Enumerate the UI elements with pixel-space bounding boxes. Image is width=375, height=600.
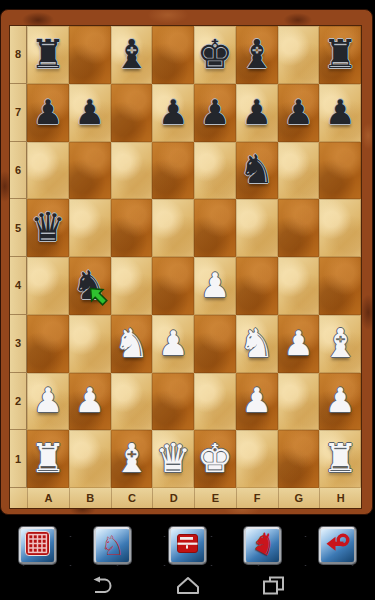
file-label-F: F xyxy=(236,488,278,508)
square-b3[interactable] xyxy=(69,315,111,373)
square-e8[interactable]: ♚ xyxy=(194,26,236,84)
file-label-A: A xyxy=(27,488,69,508)
chess-board-frame: 8♜♝♚♝♜7♟♟♟♟♟♟♟6♞5♛4♞♟3♞♟♞♟♝2♟♟♟♟1♜♝♛♚♜AB… xyxy=(0,9,373,515)
square-c7[interactable] xyxy=(111,84,153,142)
piece-black-bishop: ♝ xyxy=(239,34,275,74)
square-d7[interactable]: ♟ xyxy=(152,84,194,142)
piece-white-bishop: ♝ xyxy=(113,438,149,478)
square-b7[interactable]: ♟ xyxy=(69,84,111,142)
square-f8[interactable]: ♝ xyxy=(236,26,278,84)
square-d2[interactable] xyxy=(152,373,194,431)
piece-white-rook: ♜ xyxy=(30,438,66,478)
piece-white-king: ♚ xyxy=(197,438,233,478)
square-h8[interactable]: ♜ xyxy=(319,26,361,84)
piece-black-rook: ♜ xyxy=(322,34,358,74)
square-e6[interactable] xyxy=(194,142,236,200)
square-f6[interactable]: ♞ xyxy=(236,142,278,200)
rank-label-3: 3 xyxy=(10,315,27,373)
recents-button[interactable] xyxy=(259,577,289,599)
chess-app-screen: { "game": { "name": "chess", "position":… xyxy=(0,0,375,600)
piece-black-pawn: ♟ xyxy=(74,95,104,129)
square-c1[interactable]: ♝ xyxy=(111,430,153,488)
piece-white-pawn: ♟ xyxy=(158,326,188,360)
square-a3[interactable] xyxy=(27,315,69,373)
piece-black-pawn: ♟ xyxy=(283,95,313,129)
square-g5[interactable] xyxy=(278,199,320,257)
square-h3[interactable]: ♝ xyxy=(319,315,361,373)
square-d3[interactable]: ♟ xyxy=(152,315,194,373)
square-e3[interactable] xyxy=(194,315,236,373)
square-a6[interactable] xyxy=(27,142,69,200)
piece-white-bishop: ♝ xyxy=(322,323,358,363)
square-g4[interactable] xyxy=(278,257,320,315)
tilted-knight-button[interactable]: ♞ xyxy=(244,527,281,564)
piece-white-pawn: ♟ xyxy=(200,268,230,302)
square-c8[interactable]: ♝ xyxy=(111,26,153,84)
square-b8[interactable] xyxy=(69,26,111,84)
square-c6[interactable] xyxy=(111,142,153,200)
square-b6[interactable] xyxy=(69,142,111,200)
square-a7[interactable]: ♟ xyxy=(27,84,69,142)
android-nav-bar xyxy=(0,575,375,600)
recents-icon xyxy=(262,576,285,599)
square-h5[interactable] xyxy=(319,199,361,257)
grid-board-button[interactable] xyxy=(19,527,56,564)
chess-board: 8♜♝♚♝♜7♟♟♟♟♟♟♟6♞5♛4♞♟3♞♟♞♟♝2♟♟♟♟1♜♝♛♚♜AB… xyxy=(9,25,362,509)
back-button[interactable] xyxy=(87,577,117,599)
file-label-C: C xyxy=(111,488,153,508)
knight-button[interactable]: ♘ xyxy=(94,527,131,564)
rank-label-1: 1 xyxy=(10,430,27,488)
square-f4[interactable] xyxy=(236,257,278,315)
square-h2[interactable]: ♟ xyxy=(319,373,361,431)
piece-white-queen: ♛ xyxy=(155,438,191,478)
square-e1[interactable]: ♚ xyxy=(194,430,236,488)
square-b2[interactable]: ♟ xyxy=(69,373,111,431)
piece-black-pawn: ♟ xyxy=(33,95,63,129)
undo-button[interactable] xyxy=(319,527,356,564)
square-a8[interactable]: ♜ xyxy=(27,26,69,84)
rank-label-7: 7 xyxy=(10,84,27,142)
knight-outline-icon: ♘ xyxy=(100,532,124,559)
square-g2[interactable] xyxy=(278,373,320,431)
piece-black-knight: ♞ xyxy=(72,265,108,305)
square-d6[interactable] xyxy=(152,142,194,200)
piece-black-pawn: ♟ xyxy=(325,95,355,129)
rank-label-5: 5 xyxy=(10,199,27,257)
piece-white-knight: ♞ xyxy=(239,323,275,363)
back-icon xyxy=(90,576,114,599)
square-b1[interactable] xyxy=(69,430,111,488)
square-h7[interactable]: ♟ xyxy=(319,84,361,142)
home-button[interactable] xyxy=(173,577,203,599)
square-e4[interactable]: ♟ xyxy=(194,257,236,315)
piece-black-king: ♚ xyxy=(197,34,233,74)
square-h4[interactable] xyxy=(319,257,361,315)
square-f7[interactable]: ♟ xyxy=(236,84,278,142)
square-f2[interactable]: ♟ xyxy=(236,373,278,431)
split-board-icon xyxy=(174,530,201,561)
piece-white-pawn: ♟ xyxy=(241,383,271,417)
square-c4[interactable] xyxy=(111,257,153,315)
piece-black-rook: ♜ xyxy=(30,34,66,74)
square-b4[interactable]: ♞ xyxy=(69,257,111,315)
rank-label-8: 8 xyxy=(10,26,27,84)
square-g1[interactable] xyxy=(278,430,320,488)
piece-white-rook: ♜ xyxy=(322,438,358,478)
grid-board-icon xyxy=(24,530,51,561)
piece-white-pawn: ♟ xyxy=(325,383,355,417)
file-label-B: B xyxy=(69,488,111,508)
file-label-G: G xyxy=(278,488,320,508)
piece-white-pawn: ♟ xyxy=(283,326,313,360)
square-c3[interactable]: ♞ xyxy=(111,315,153,373)
rank-label-4: 4 xyxy=(10,257,27,315)
tilted-knight-icon: ♞ xyxy=(247,525,282,562)
square-d5[interactable] xyxy=(152,199,194,257)
square-g8[interactable] xyxy=(278,26,320,84)
last-move-arrow-icon xyxy=(86,284,110,308)
square-e5[interactable] xyxy=(194,199,236,257)
square-e7[interactable]: ♟ xyxy=(194,84,236,142)
square-c5[interactable] xyxy=(111,199,153,257)
square-e2[interactable] xyxy=(194,373,236,431)
file-label-H: H xyxy=(319,488,361,508)
split-board-button[interactable] xyxy=(169,527,206,564)
piece-black-bishop: ♝ xyxy=(113,34,149,74)
piece-black-pawn: ♟ xyxy=(241,95,271,129)
square-b5[interactable] xyxy=(69,199,111,257)
piece-black-pawn: ♟ xyxy=(200,95,230,129)
rank-label-6: 6 xyxy=(10,142,27,200)
square-a2[interactable]: ♟ xyxy=(27,373,69,431)
file-label-D: D xyxy=(152,488,194,508)
square-c2[interactable] xyxy=(111,373,153,431)
coordinate-corner xyxy=(10,488,27,508)
square-g7[interactable]: ♟ xyxy=(278,84,320,142)
piece-white-knight: ♞ xyxy=(113,323,149,363)
square-a5[interactable]: ♛ xyxy=(27,199,69,257)
square-d1[interactable]: ♛ xyxy=(152,430,194,488)
square-f1[interactable] xyxy=(236,430,278,488)
file-label-E: E xyxy=(194,488,236,508)
square-f3[interactable]: ♞ xyxy=(236,315,278,373)
square-g6[interactable] xyxy=(278,142,320,200)
app-toolbar: ♘ ♞ xyxy=(0,515,375,575)
rank-label-2: 2 xyxy=(10,373,27,431)
square-d4[interactable] xyxy=(152,257,194,315)
undo-arrow-icon xyxy=(324,530,351,561)
piece-white-pawn: ♟ xyxy=(33,383,63,417)
square-a4[interactable] xyxy=(27,257,69,315)
square-h6[interactable] xyxy=(319,142,361,200)
piece-black-queen: ♛ xyxy=(30,207,66,247)
piece-black-knight: ♞ xyxy=(239,149,275,189)
square-g3[interactable]: ♟ xyxy=(278,315,320,373)
square-a1[interactable]: ♜ xyxy=(27,430,69,488)
square-f5[interactable] xyxy=(236,199,278,257)
piece-black-pawn: ♟ xyxy=(158,95,188,129)
square-d8[interactable] xyxy=(152,26,194,84)
square-h1[interactable]: ♜ xyxy=(319,430,361,488)
status-bar xyxy=(0,0,375,9)
piece-white-pawn: ♟ xyxy=(74,383,104,417)
home-icon xyxy=(175,576,201,599)
